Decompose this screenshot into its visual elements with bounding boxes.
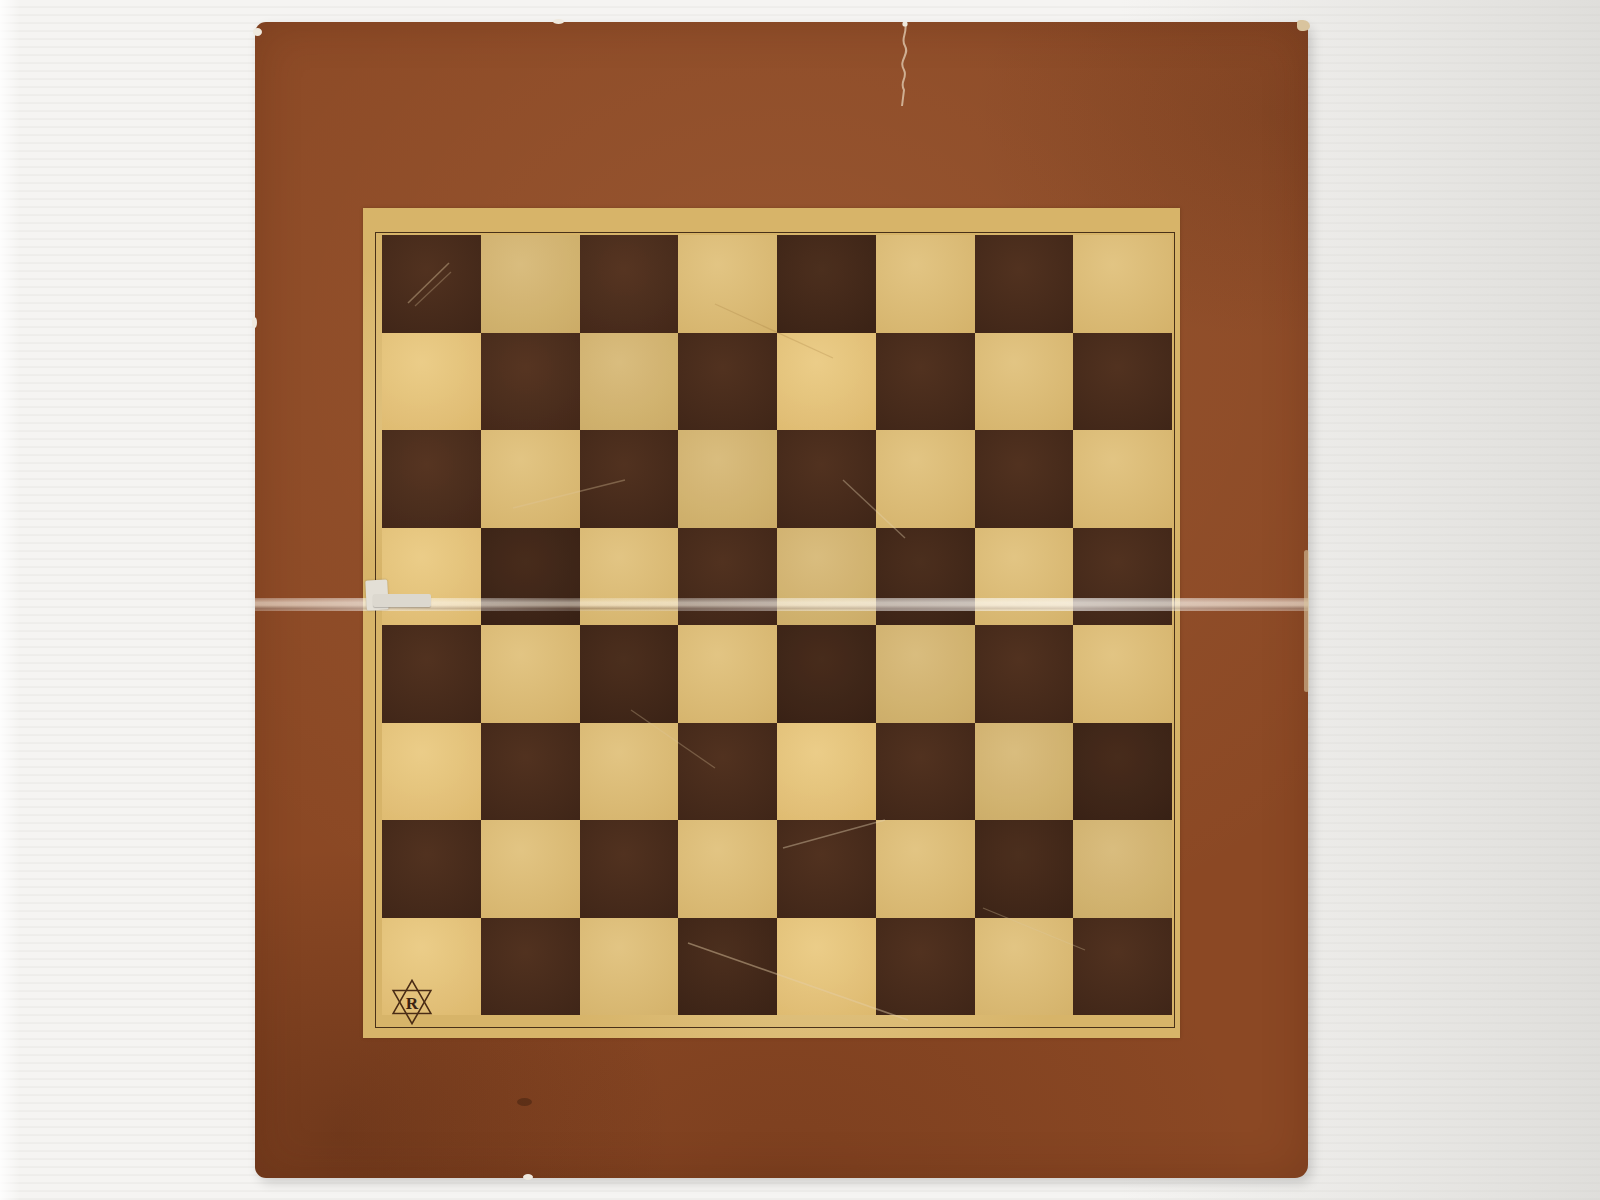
edge-wear	[1304, 550, 1309, 692]
square-d4	[678, 625, 777, 723]
square-c5	[580, 528, 679, 626]
square-h6	[1073, 430, 1172, 528]
square-d2	[678, 820, 777, 918]
square-h8	[1073, 235, 1172, 333]
square-b8	[481, 235, 580, 333]
square-e1	[777, 918, 876, 1016]
square-e2	[777, 820, 876, 918]
maker-mark-star-icon: R	[389, 978, 435, 1026]
square-b1	[481, 918, 580, 1016]
square-h7	[1073, 333, 1172, 431]
square-d8	[678, 235, 777, 333]
square-d1	[678, 918, 777, 1016]
square-f1	[876, 918, 975, 1016]
square-h3	[1073, 723, 1172, 821]
square-c1	[580, 918, 679, 1016]
square-e3	[777, 723, 876, 821]
edge-crack	[865, 22, 945, 118]
square-g8	[975, 235, 1074, 333]
square-a6	[382, 430, 481, 528]
checkerboard-paper: R	[363, 208, 1180, 1038]
square-f8	[876, 235, 975, 333]
edge-chip	[553, 19, 564, 24]
square-b3	[481, 723, 580, 821]
scuff-mark	[517, 1098, 532, 1106]
square-d6	[678, 430, 777, 528]
square-e6	[777, 430, 876, 528]
square-a2	[382, 820, 481, 918]
square-h2	[1073, 820, 1172, 918]
square-h5	[1073, 528, 1172, 626]
maker-monogram: R	[406, 994, 419, 1013]
square-f7	[876, 333, 975, 431]
square-a4	[382, 625, 481, 723]
square-g7	[975, 333, 1074, 431]
square-c7	[580, 333, 679, 431]
square-g4	[975, 625, 1074, 723]
checker-grid	[382, 235, 1172, 1015]
square-f2	[876, 820, 975, 918]
square-a7	[382, 333, 481, 431]
square-b6	[481, 430, 580, 528]
corner-wear	[1297, 20, 1310, 31]
square-g3	[975, 723, 1074, 821]
square-e4	[777, 625, 876, 723]
square-g6	[975, 430, 1074, 528]
corner-chip	[253, 28, 262, 36]
game-board: R	[255, 22, 1308, 1178]
square-d3	[678, 723, 777, 821]
table-surface: R	[0, 0, 1600, 1200]
edge-chip	[523, 1174, 533, 1180]
square-f5	[876, 528, 975, 626]
square-a5	[382, 528, 481, 626]
square-b4	[481, 625, 580, 723]
square-b2	[481, 820, 580, 918]
square-c8	[580, 235, 679, 333]
square-c4	[580, 625, 679, 723]
square-a8	[382, 235, 481, 333]
square-f4	[876, 625, 975, 723]
square-e8	[777, 235, 876, 333]
square-c6	[580, 430, 679, 528]
square-f6	[876, 430, 975, 528]
square-a3	[382, 723, 481, 821]
square-b7	[481, 333, 580, 431]
square-h4	[1073, 625, 1172, 723]
fold-chip-damage-2	[373, 594, 431, 607]
square-g2	[975, 820, 1074, 918]
square-d7	[678, 333, 777, 431]
square-g1	[975, 918, 1074, 1016]
square-d5	[678, 528, 777, 626]
square-c2	[580, 820, 679, 918]
square-e5	[777, 528, 876, 626]
square-f3	[876, 723, 975, 821]
square-h1	[1073, 918, 1172, 1016]
square-b5	[481, 528, 580, 626]
square-g5	[975, 528, 1074, 626]
square-e7	[777, 333, 876, 431]
square-c3	[580, 723, 679, 821]
edge-chip	[252, 317, 257, 328]
